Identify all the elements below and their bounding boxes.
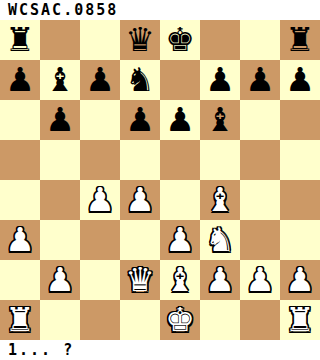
square-d5[interactable] xyxy=(120,140,160,180)
piece-black-bishop[interactable]: ♝ xyxy=(205,100,235,140)
square-b2[interactable]: ♟ xyxy=(40,260,80,300)
square-b5[interactable] xyxy=(40,140,80,180)
square-d6[interactable]: ♟ xyxy=(120,100,160,140)
piece-white-pawn[interactable]: ♟ xyxy=(85,180,115,220)
piece-black-rook[interactable]: ♜ xyxy=(285,20,315,60)
square-c4[interactable]: ♟ xyxy=(80,180,120,220)
piece-white-pawn[interactable]: ♟ xyxy=(45,260,75,300)
square-h5[interactable] xyxy=(280,140,320,180)
square-e1[interactable]: ♚ xyxy=(160,300,200,340)
square-a6[interactable] xyxy=(0,100,40,140)
piece-white-king[interactable]: ♚ xyxy=(165,300,195,340)
piece-black-pawn[interactable]: ♟ xyxy=(165,100,195,140)
piece-white-bishop[interactable]: ♝ xyxy=(205,180,235,220)
piece-black-pawn[interactable]: ♟ xyxy=(245,60,275,100)
square-d2[interactable]: ♛ xyxy=(120,260,160,300)
square-c3[interactable] xyxy=(80,220,120,260)
square-a3[interactable]: ♟ xyxy=(0,220,40,260)
square-e6[interactable]: ♟ xyxy=(160,100,200,140)
piece-white-rook[interactable]: ♜ xyxy=(5,300,35,340)
square-a2[interactable] xyxy=(0,260,40,300)
square-a1[interactable]: ♜ xyxy=(0,300,40,340)
square-e7[interactable] xyxy=(160,60,200,100)
square-b8[interactable] xyxy=(40,20,80,60)
square-a8[interactable]: ♜ xyxy=(0,20,40,60)
square-e3[interactable]: ♟ xyxy=(160,220,200,260)
square-h4[interactable] xyxy=(280,180,320,220)
square-f4[interactable]: ♝ xyxy=(200,180,240,220)
square-d1[interactable] xyxy=(120,300,160,340)
square-g8[interactable] xyxy=(240,20,280,60)
square-f2[interactable]: ♟ xyxy=(200,260,240,300)
square-d3[interactable] xyxy=(120,220,160,260)
square-d4[interactable]: ♟ xyxy=(120,180,160,220)
square-g2[interactable]: ♟ xyxy=(240,260,280,300)
piece-white-pawn[interactable]: ♟ xyxy=(5,220,35,260)
square-g5[interactable] xyxy=(240,140,280,180)
square-g3[interactable] xyxy=(240,220,280,260)
square-f5[interactable] xyxy=(200,140,240,180)
piece-black-rook[interactable]: ♜ xyxy=(5,20,35,60)
square-f1[interactable] xyxy=(200,300,240,340)
square-b6[interactable]: ♟ xyxy=(40,100,80,140)
square-g4[interactable] xyxy=(240,180,280,220)
square-c5[interactable] xyxy=(80,140,120,180)
piece-white-pawn[interactable]: ♟ xyxy=(125,180,155,220)
square-h1[interactable]: ♜ xyxy=(280,300,320,340)
square-c1[interactable] xyxy=(80,300,120,340)
square-h6[interactable] xyxy=(280,100,320,140)
piece-black-knight[interactable]: ♞ xyxy=(125,60,155,100)
square-g7[interactable]: ♟ xyxy=(240,60,280,100)
square-b7[interactable]: ♝ xyxy=(40,60,80,100)
square-h2[interactable]: ♟ xyxy=(280,260,320,300)
piece-white-pawn[interactable]: ♟ xyxy=(165,220,195,260)
piece-black-pawn[interactable]: ♟ xyxy=(285,60,315,100)
piece-white-pawn[interactable]: ♟ xyxy=(245,260,275,300)
piece-black-pawn[interactable]: ♟ xyxy=(5,60,35,100)
chess-board: ♜♛♚♜♟♝♟♞♟♟♟♟♟♟♝♟♟♝♟♟♞♟♛♝♟♟♟♜♚♜ xyxy=(0,20,320,340)
square-a7[interactable]: ♟ xyxy=(0,60,40,100)
piece-white-pawn[interactable]: ♟ xyxy=(205,260,235,300)
square-h8[interactable]: ♜ xyxy=(280,20,320,60)
piece-white-queen[interactable]: ♛ xyxy=(125,260,155,300)
square-f8[interactable] xyxy=(200,20,240,60)
square-e8[interactable]: ♚ xyxy=(160,20,200,60)
square-d8[interactable]: ♛ xyxy=(120,20,160,60)
piece-white-bishop[interactable]: ♝ xyxy=(165,260,195,300)
square-f7[interactable]: ♟ xyxy=(200,60,240,100)
square-c2[interactable] xyxy=(80,260,120,300)
move-prompt: 1... ? xyxy=(0,340,320,360)
piece-black-bishop[interactable]: ♝ xyxy=(45,60,75,100)
square-f3[interactable]: ♞ xyxy=(200,220,240,260)
square-d7[interactable]: ♞ xyxy=(120,60,160,100)
square-f6[interactable]: ♝ xyxy=(200,100,240,140)
square-g6[interactable] xyxy=(240,100,280,140)
piece-black-pawn[interactable]: ♟ xyxy=(45,100,75,140)
piece-black-king[interactable]: ♚ xyxy=(165,20,195,60)
square-c7[interactable]: ♟ xyxy=(80,60,120,100)
square-c8[interactable] xyxy=(80,20,120,60)
square-b1[interactable] xyxy=(40,300,80,340)
piece-black-pawn[interactable]: ♟ xyxy=(125,100,155,140)
puzzle-title: WCSAC.0858 xyxy=(0,0,320,20)
piece-black-queen[interactable]: ♛ xyxy=(125,20,155,60)
square-g1[interactable] xyxy=(240,300,280,340)
square-b3[interactable] xyxy=(40,220,80,260)
square-e5[interactable] xyxy=(160,140,200,180)
piece-white-knight[interactable]: ♞ xyxy=(205,220,235,260)
piece-black-pawn[interactable]: ♟ xyxy=(205,60,235,100)
square-a5[interactable] xyxy=(0,140,40,180)
square-h7[interactable]: ♟ xyxy=(280,60,320,100)
square-e2[interactable]: ♝ xyxy=(160,260,200,300)
piece-white-pawn[interactable]: ♟ xyxy=(285,260,315,300)
piece-black-pawn[interactable]: ♟ xyxy=(85,60,115,100)
square-e4[interactable] xyxy=(160,180,200,220)
square-c6[interactable] xyxy=(80,100,120,140)
square-h3[interactable] xyxy=(280,220,320,260)
piece-white-rook[interactable]: ♜ xyxy=(285,300,315,340)
square-a4[interactable] xyxy=(0,180,40,220)
square-b4[interactable] xyxy=(40,180,80,220)
